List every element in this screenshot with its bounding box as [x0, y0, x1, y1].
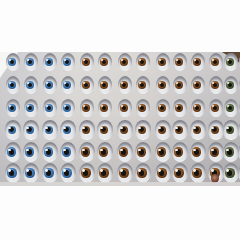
green-iris [226, 126, 235, 135]
green-iris [226, 81, 234, 89]
doll-eye-blue [43, 53, 57, 71]
brown-iris [100, 126, 109, 135]
brown-iris [120, 81, 128, 89]
doll-eye-brown [135, 120, 150, 139]
blue-iris [25, 168, 34, 177]
brown-iris [193, 126, 202, 135]
doll-eye-brown [190, 163, 206, 183]
brown-iris [158, 58, 166, 66]
brown-iris [82, 58, 90, 66]
doll-eye-brown [191, 99, 206, 118]
doll-eye-blue [61, 99, 76, 118]
doll-eye-brown [136, 76, 150, 94]
brown-iris [137, 147, 146, 156]
doll-eye-brown [80, 76, 94, 94]
doll-eye-blue [23, 163, 39, 183]
brown-iris [158, 81, 166, 89]
doll-eye-blue [43, 76, 57, 94]
highlight [63, 149, 66, 152]
highlight [26, 149, 29, 152]
blue-iris [26, 104, 35, 113]
doll-eye-brown [191, 76, 205, 94]
brown-iris [211, 104, 220, 113]
doll-eye-brown [79, 163, 95, 183]
blue-iris [63, 81, 71, 89]
brown-iris [120, 104, 129, 113]
doll-eye-brown [135, 163, 151, 183]
blue-iris [8, 81, 16, 89]
brown-iris [100, 81, 108, 89]
brown-iris [193, 58, 201, 66]
doll-eye-brown [209, 76, 223, 94]
brown-iris [120, 126, 129, 135]
doll-eye-blue [6, 76, 20, 94]
brown-iris [211, 126, 220, 135]
doll-eye-brown [190, 142, 206, 162]
doll-eye-blue [61, 76, 75, 94]
brown-iris [175, 126, 184, 135]
doll-eye-blue [60, 163, 76, 183]
brown-iris [175, 81, 183, 89]
sheet-bottom-edge [0, 182, 240, 186]
highlight [138, 149, 141, 152]
doll-eye-brown [97, 120, 112, 139]
brown-iris [157, 168, 166, 177]
brown-iris [158, 126, 167, 135]
doll-eye-brown [172, 142, 188, 162]
blue-iris [63, 126, 72, 135]
highlight [45, 149, 48, 152]
doll-eye-brown [209, 99, 224, 118]
doll-eye-blue [42, 120, 57, 139]
doll-eye-brown [155, 120, 170, 139]
doll-eye-green [238, 142, 240, 162]
highlight [82, 149, 85, 152]
brown-iris [175, 104, 184, 113]
doll-eye-blue [5, 120, 20, 139]
doll-eye-brown [98, 53, 112, 71]
highlight [175, 149, 178, 152]
blue-iris [62, 168, 71, 177]
doll-eye-blue [24, 76, 38, 94]
doll-eye-brown [173, 53, 187, 71]
green-iris [225, 168, 234, 177]
blue-iris [8, 126, 17, 135]
doll-eye-brown [117, 142, 133, 162]
blue-iris [63, 104, 72, 113]
blue-iris [63, 58, 71, 66]
blue-iris [8, 58, 16, 66]
doll-eye-green [239, 99, 240, 118]
brown-iris [99, 147, 108, 156]
doll-eye-sheet-photo [0, 52, 240, 186]
brown-iris [82, 104, 91, 113]
doll-eye-green [238, 163, 240, 183]
brown-iris [174, 147, 183, 156]
brown-iris [81, 147, 90, 156]
blue-iris [7, 168, 16, 177]
blue-iris [26, 126, 35, 135]
blue-iris [25, 147, 34, 156]
doll-eye-green [239, 76, 240, 94]
brown-iris [100, 58, 108, 66]
doll-eye-blue [61, 53, 75, 71]
doll-eye-brown [117, 163, 133, 183]
doll-eye-blue [5, 142, 21, 162]
brown-iris [119, 147, 128, 156]
doll-eye-brown [173, 99, 188, 118]
doll-eye-blue [42, 163, 58, 183]
brown-iris [192, 147, 201, 156]
doll-eye-blue [60, 142, 76, 162]
brown-iris [193, 81, 201, 89]
doll-eye-green [224, 99, 239, 118]
doll-eye-brown [98, 99, 113, 118]
brown-iris [120, 58, 128, 66]
blue-iris [45, 81, 53, 89]
brown-iris [175, 58, 183, 66]
doll-eye-brown [118, 76, 132, 94]
doll-eye-brown [135, 142, 151, 162]
doll-eye-brown [156, 53, 170, 71]
doll-eye-green [223, 120, 238, 139]
doll-eye-blue [23, 142, 39, 162]
blue-iris [45, 58, 53, 66]
doll-eye-brown [190, 120, 205, 139]
doll-eye-brown [156, 76, 170, 94]
doll-eye-brown [136, 99, 151, 118]
green-iris [225, 147, 234, 156]
doll-eye-green [224, 53, 238, 71]
blue-iris [7, 147, 16, 156]
brown-iris [99, 168, 108, 177]
doll-eye-brown [209, 53, 223, 71]
doll-eye-brown [97, 163, 113, 183]
doll-eye-brown [80, 53, 94, 71]
doll-eye-brown [156, 99, 171, 118]
blue-iris [44, 147, 53, 156]
doll-eye-brown [208, 142, 224, 162]
green-iris [226, 58, 234, 66]
blue-iris [8, 104, 17, 113]
brown-iris [82, 126, 91, 135]
doll-eye-blue [24, 99, 39, 118]
doll-eye-brown [173, 76, 187, 94]
brown-iris [174, 168, 183, 177]
blue-iris [26, 81, 34, 89]
highlight [120, 149, 123, 152]
brown-iris [192, 168, 201, 177]
highlight [8, 149, 11, 152]
doll-eye-green [224, 76, 238, 94]
brown-iris [211, 58, 219, 66]
doll-eye-brown [118, 99, 133, 118]
doll-eye-brown [155, 163, 171, 183]
doll-eye-blue [5, 163, 21, 183]
brown-iris [158, 104, 167, 113]
brown-iris [137, 168, 146, 177]
doll-eye-blue [60, 120, 75, 139]
doll-eye-green [223, 163, 239, 183]
brown-iris [119, 168, 128, 177]
brown-iris [100, 104, 109, 113]
doll-eye-blue [43, 99, 58, 118]
doll-eye-green [223, 142, 239, 162]
blue-iris [62, 147, 71, 156]
doll-eye-brown [208, 120, 223, 139]
doll-eye-brown [172, 120, 187, 139]
brown-iris [82, 81, 90, 89]
brown-iris [81, 168, 90, 177]
doll-eye-brown [98, 76, 112, 94]
doll-eye-blue [6, 53, 20, 71]
doll-eye-blue [23, 120, 38, 139]
doll-eye-brown [118, 53, 132, 71]
doll-eye-brown [80, 99, 95, 118]
highlight [211, 149, 214, 152]
brown-iris [157, 147, 166, 156]
doll-eye-blue [24, 53, 38, 71]
doll-eye-blue [6, 99, 21, 118]
brown-iris [138, 81, 146, 89]
brown-iris [138, 126, 147, 135]
doll-eye-brown [172, 163, 188, 183]
doll-eye-brown [79, 142, 95, 162]
blue-iris [45, 126, 54, 135]
doll-eye-brown [155, 142, 171, 162]
doll-eye-brown [79, 120, 94, 139]
brown-iris [138, 58, 146, 66]
blue-iris [44, 168, 53, 177]
highlight [158, 149, 161, 152]
highlight [193, 149, 196, 152]
blue-iris [26, 58, 34, 66]
brown-iris [211, 81, 219, 89]
highlight [226, 149, 229, 152]
brown-iris [210, 147, 219, 156]
doll-eye-brown [117, 120, 132, 139]
blue-iris [45, 104, 54, 113]
photo-canvas [0, 0, 240, 240]
brown-iris [138, 104, 147, 113]
doll-eye-blue [42, 142, 58, 162]
doll-eye-brown [136, 53, 150, 71]
highlight [100, 149, 103, 152]
doll-eye-brown [191, 53, 205, 71]
green-iris [226, 104, 235, 113]
brown-iris [193, 104, 202, 113]
doll-eye-brown [97, 142, 113, 162]
doll-eye-green [238, 120, 240, 139]
